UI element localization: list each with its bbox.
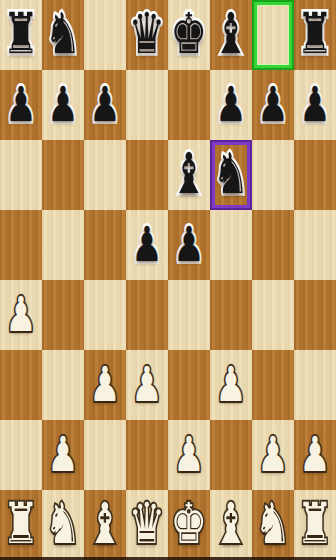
square-a6[interactable]: [0, 140, 42, 210]
black-knight-icon: ♞: [210, 140, 252, 210]
square-e8[interactable]: ♚: [168, 0, 210, 70]
white-bishop-icon: ♝: [210, 490, 252, 560]
chess-board: ♜♞♛♚♝♜♟♟♟♟♟♟♝♞♟♟♟♟♟♟♟♟♟♟♜♞♝♛♚♝♞♜: [0, 0, 336, 560]
square-h1[interactable]: ♜: [294, 490, 336, 560]
black-queen-icon: ♛: [126, 0, 168, 70]
square-b2[interactable]: ♟: [42, 420, 84, 490]
white-bishop-icon: ♝: [84, 490, 126, 560]
black-pawn-icon: ♟: [42, 70, 84, 140]
black-pawn-icon: ♟: [168, 210, 210, 280]
white-knight-icon: ♞: [252, 490, 294, 560]
square-h2[interactable]: ♟: [294, 420, 336, 490]
white-pawn-icon: ♟: [84, 350, 126, 420]
black-pawn-icon: ♟: [252, 70, 294, 140]
square-a8[interactable]: ♜: [0, 0, 42, 70]
white-pawn-icon: ♟: [0, 280, 42, 350]
white-pawn-icon: ♟: [42, 420, 84, 490]
black-knight-icon: ♞: [42, 0, 84, 70]
square-e5[interactable]: ♟: [168, 210, 210, 280]
square-d6[interactable]: [126, 140, 168, 210]
black-pawn-icon: ♟: [126, 210, 168, 280]
square-b8[interactable]: ♞: [42, 0, 84, 70]
square-c1[interactable]: ♝: [84, 490, 126, 560]
square-e4[interactable]: [168, 280, 210, 350]
square-g5[interactable]: [252, 210, 294, 280]
black-pawn-icon: ♟: [84, 70, 126, 140]
square-f7[interactable]: ♟: [210, 70, 252, 140]
square-h5[interactable]: [294, 210, 336, 280]
square-g1[interactable]: ♞: [252, 490, 294, 560]
square-b7[interactable]: ♟: [42, 70, 84, 140]
square-b1[interactable]: ♞: [42, 490, 84, 560]
square-d8[interactable]: ♛: [126, 0, 168, 70]
square-e6[interactable]: ♝: [168, 140, 210, 210]
black-king-icon: ♚: [168, 0, 210, 70]
square-g2[interactable]: ♟: [252, 420, 294, 490]
square-c8[interactable]: [84, 0, 126, 70]
white-pawn-icon: ♟: [294, 420, 336, 490]
square-f5[interactable]: [210, 210, 252, 280]
square-g6[interactable]: [252, 140, 294, 210]
square-b5[interactable]: [42, 210, 84, 280]
square-d3[interactable]: ♟: [126, 350, 168, 420]
white-pawn-icon: ♟: [252, 420, 294, 490]
square-a1[interactable]: ♜: [0, 490, 42, 560]
square-b3[interactable]: [42, 350, 84, 420]
white-pawn-icon: ♟: [168, 420, 210, 490]
square-d1[interactable]: ♛: [126, 490, 168, 560]
square-f3[interactable]: ♟: [210, 350, 252, 420]
square-c2[interactable]: [84, 420, 126, 490]
square-f4[interactable]: [210, 280, 252, 350]
square-g8[interactable]: [252, 0, 294, 70]
square-e3[interactable]: [168, 350, 210, 420]
square-a2[interactable]: [0, 420, 42, 490]
square-g3[interactable]: [252, 350, 294, 420]
square-f2[interactable]: [210, 420, 252, 490]
square-b6[interactable]: [42, 140, 84, 210]
square-a7[interactable]: ♟: [0, 70, 42, 140]
white-pawn-icon: ♟: [210, 350, 252, 420]
black-bishop-icon: ♝: [210, 0, 252, 70]
square-h7[interactable]: ♟: [294, 70, 336, 140]
black-pawn-icon: ♟: [210, 70, 252, 140]
square-h3[interactable]: [294, 350, 336, 420]
square-a5[interactable]: [0, 210, 42, 280]
white-rook-icon: ♜: [294, 490, 336, 560]
square-f8[interactable]: ♝: [210, 0, 252, 70]
white-rook-icon: ♜: [0, 490, 42, 560]
square-c5[interactable]: [84, 210, 126, 280]
square-e2[interactable]: ♟: [168, 420, 210, 490]
square-d5[interactable]: ♟: [126, 210, 168, 280]
black-rook-icon: ♜: [0, 0, 42, 70]
square-e1[interactable]: ♚: [168, 490, 210, 560]
white-knight-icon: ♞: [42, 490, 84, 560]
square-e7[interactable]: [168, 70, 210, 140]
square-d7[interactable]: [126, 70, 168, 140]
square-h8[interactable]: ♜: [294, 0, 336, 70]
square-b4[interactable]: [42, 280, 84, 350]
square-c7[interactable]: ♟: [84, 70, 126, 140]
square-d4[interactable]: [126, 280, 168, 350]
black-pawn-icon: ♟: [294, 70, 336, 140]
white-queen-icon: ♛: [126, 490, 168, 560]
square-g4[interactable]: [252, 280, 294, 350]
square-h6[interactable]: [294, 140, 336, 210]
square-g7[interactable]: ♟: [252, 70, 294, 140]
square-f1[interactable]: ♝: [210, 490, 252, 560]
white-pawn-icon: ♟: [126, 350, 168, 420]
square-a4[interactable]: ♟: [0, 280, 42, 350]
square-h4[interactable]: [294, 280, 336, 350]
black-pawn-icon: ♟: [0, 70, 42, 140]
square-a3[interactable]: [0, 350, 42, 420]
white-king-icon: ♚: [168, 490, 210, 560]
square-c6[interactable]: [84, 140, 126, 210]
black-rook-icon: ♜: [294, 0, 336, 70]
square-c4[interactable]: [84, 280, 126, 350]
square-d2[interactable]: [126, 420, 168, 490]
square-f6[interactable]: ♞: [210, 140, 252, 210]
black-bishop-icon: ♝: [168, 140, 210, 210]
square-c3[interactable]: ♟: [84, 350, 126, 420]
